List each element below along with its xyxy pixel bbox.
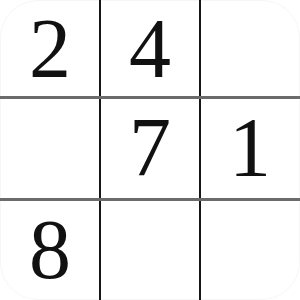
- cell-r1c0[interactable]: [0, 97, 100, 199]
- grid-line-horizontal-1: [0, 96, 300, 99]
- cell-r0c1[interactable]: 4: [100, 0, 200, 97]
- sudoku-board: 2 4 7 1 8: [0, 0, 300, 300]
- cell-value: 8: [29, 208, 71, 292]
- cell-value: 2: [29, 7, 71, 91]
- cell-value: 7: [129, 106, 171, 190]
- cell-value: 4: [129, 7, 171, 91]
- sudoku-cell-grid: 2 4 7 1 8: [0, 0, 300, 300]
- cell-r1c1[interactable]: 7: [100, 97, 200, 199]
- cell-r2c0[interactable]: 8: [0, 199, 100, 300]
- cell-value: 1: [229, 106, 271, 190]
- cell-r2c1[interactable]: [100, 199, 200, 300]
- grid-line-horizontal-2: [0, 198, 300, 201]
- grid-line-vertical-2: [199, 0, 201, 300]
- cell-r2c2[interactable]: [200, 199, 300, 300]
- cell-r1c2[interactable]: 1: [200, 97, 300, 199]
- cell-r0c2[interactable]: [200, 0, 300, 97]
- grid-line-vertical-1: [99, 0, 101, 300]
- cell-r0c0[interactable]: 2: [0, 0, 100, 97]
